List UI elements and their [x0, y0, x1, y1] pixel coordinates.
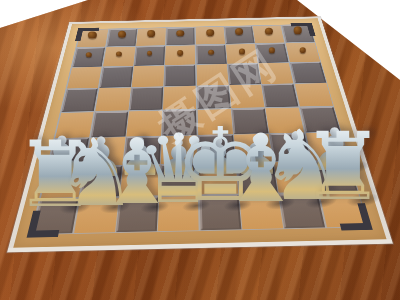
square-d5[interactable] — [163, 86, 196, 109]
square-f7[interactable] — [226, 44, 258, 64]
square-c3[interactable] — [123, 136, 161, 164]
square-e5[interactable] — [197, 86, 230, 109]
square-b8[interactable] — [106, 29, 137, 47]
square-a7[interactable] — [72, 47, 105, 67]
square-d3[interactable] — [161, 136, 197, 164]
square-f5[interactable] — [229, 85, 264, 108]
square-g2[interactable] — [274, 161, 317, 192]
square-h3[interactable] — [306, 132, 348, 160]
square-b7[interactable] — [103, 47, 135, 67]
square-f6[interactable] — [228, 63, 261, 84]
square-d4[interactable] — [162, 110, 197, 136]
square-g5[interactable] — [262, 84, 298, 107]
square-b1[interactable] — [74, 198, 118, 233]
square-a5[interactable] — [61, 89, 98, 112]
square-c6[interactable] — [132, 66, 164, 87]
square-b3[interactable] — [86, 137, 125, 165]
square-b5[interactable] — [95, 88, 130, 111]
square-c8[interactable] — [136, 28, 166, 46]
square-g3[interactable] — [270, 133, 311, 161]
square-f1[interactable] — [239, 194, 283, 229]
corner-bracket-near-right — [335, 203, 373, 230]
board-field — [30, 24, 369, 235]
corner-bracket-near-left — [27, 210, 64, 238]
square-f2[interactable] — [236, 162, 277, 193]
square-d1[interactable] — [158, 196, 199, 231]
square-g7[interactable] — [256, 43, 289, 63]
square-f4[interactable] — [232, 108, 269, 134]
square-d8[interactable] — [166, 27, 195, 45]
square-a6[interactable] — [67, 67, 102, 88]
scene: ♟♟♟♟♟♟♟♟♜♞♝♛♚♝♞♜ 摄图网 — [0, 0, 400, 300]
square-h7[interactable] — [286, 43, 320, 62]
square-a4[interactable] — [55, 112, 94, 138]
square-f8[interactable] — [224, 26, 254, 44]
square-b6[interactable] — [99, 66, 133, 87]
corner-bracket-far-left — [75, 28, 99, 42]
square-e4[interactable] — [197, 109, 232, 135]
square-d2[interactable] — [160, 164, 198, 195]
square-e1[interactable] — [200, 195, 241, 230]
square-e3[interactable] — [198, 135, 235, 163]
square-c5[interactable] — [129, 87, 163, 110]
square-e8[interactable] — [195, 27, 224, 45]
square-e6[interactable] — [196, 64, 228, 85]
square-e7[interactable] — [196, 45, 227, 65]
square-g1[interactable] — [279, 193, 325, 228]
square-a3[interactable] — [48, 138, 89, 166]
corner-bracket-far-right — [291, 23, 316, 36]
square-g8[interactable] — [253, 25, 285, 43]
square-h6[interactable] — [290, 62, 326, 83]
square-d6[interactable] — [164, 65, 195, 86]
square-b2[interactable] — [80, 166, 122, 197]
square-c4[interactable] — [126, 111, 162, 137]
square-h5[interactable] — [295, 83, 333, 106]
square-b4[interactable] — [91, 111, 128, 137]
square-e2[interactable] — [199, 163, 238, 194]
square-c7[interactable] — [134, 46, 165, 66]
square-d7[interactable] — [165, 45, 195, 65]
square-a2[interactable] — [40, 167, 84, 199]
square-c1[interactable] — [116, 197, 158, 232]
square-g6[interactable] — [259, 63, 294, 84]
square-c2[interactable] — [120, 165, 160, 196]
square-h4[interactable] — [300, 107, 340, 132]
square-h2[interactable] — [312, 161, 357, 192]
square-g4[interactable] — [266, 107, 304, 133]
square-f3[interactable] — [234, 134, 273, 162]
